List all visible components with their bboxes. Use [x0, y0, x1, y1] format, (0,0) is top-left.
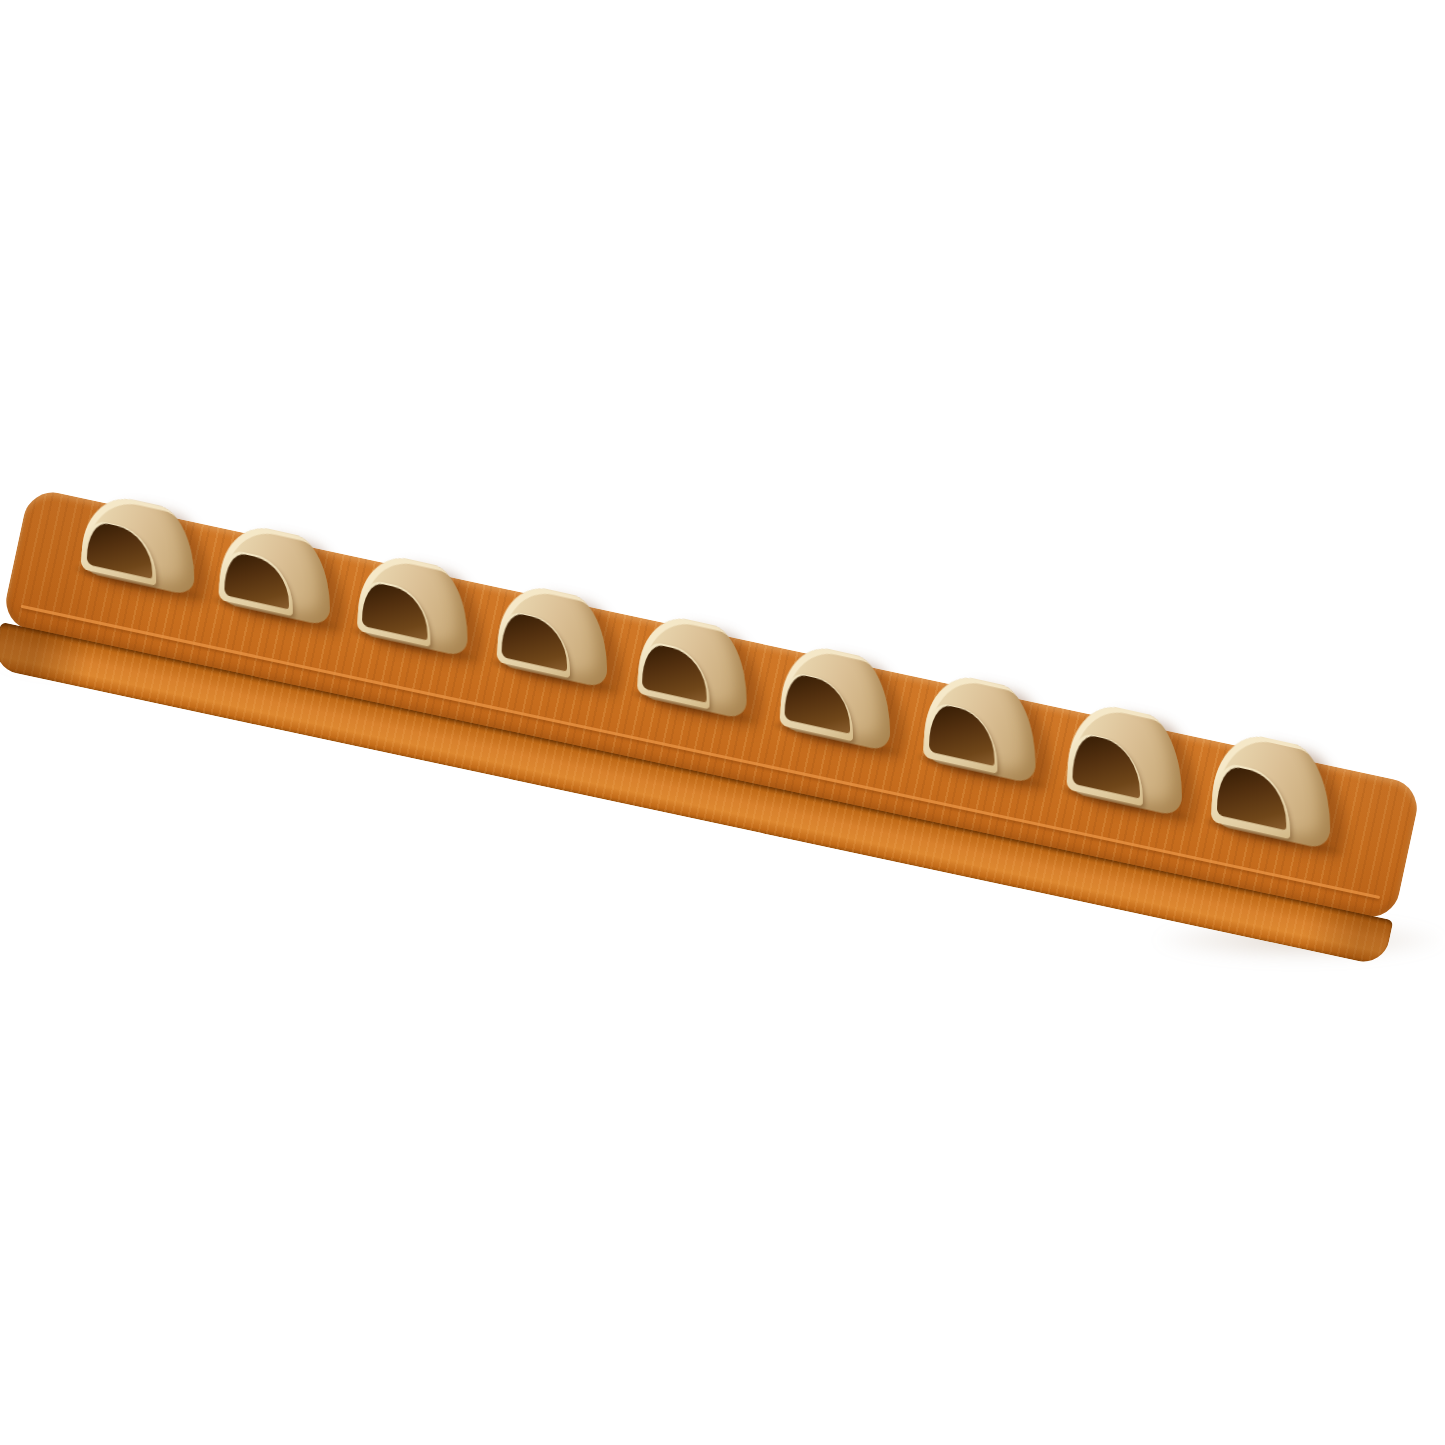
product-photo-scene	[0, 0, 1445, 1445]
arch-holder-7	[924, 667, 1035, 784]
arch-holder-9	[1212, 726, 1330, 851]
arch-holder-3	[358, 548, 467, 657]
arch-holder-5	[638, 609, 746, 720]
arch-holder-1	[82, 488, 194, 596]
arch-holder-4	[498, 578, 607, 689]
arch-holder-8	[1068, 696, 1182, 817]
arch-holder-2	[220, 518, 330, 627]
arch-holder-6	[781, 638, 890, 752]
